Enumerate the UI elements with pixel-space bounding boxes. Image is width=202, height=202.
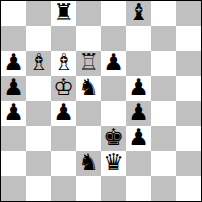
square-a1[interactable] <box>1 176 26 201</box>
square-c6[interactable]: ♗ <box>51 51 76 76</box>
square-e8[interactable] <box>101 1 126 26</box>
square-a3[interactable] <box>1 126 26 151</box>
square-f3[interactable]: ♟ <box>126 126 151 151</box>
square-h6[interactable] <box>176 51 201 76</box>
square-e1[interactable] <box>101 176 126 201</box>
square-c2[interactable] <box>51 151 76 176</box>
square-c1[interactable] <box>51 176 76 201</box>
piece-white-bishop: ♗ <box>53 51 74 75</box>
piece-black-queen: ♛ <box>103 151 124 175</box>
square-h5[interactable] <box>176 76 201 101</box>
square-b2[interactable] <box>26 151 51 176</box>
square-e5[interactable] <box>101 76 126 101</box>
piece-black-pawn: ♟ <box>3 51 24 75</box>
piece-black-knight: ♞ <box>78 76 99 100</box>
piece-white-king: ♔ <box>53 76 74 100</box>
square-f5[interactable]: ♟ <box>126 76 151 101</box>
piece-black-bishop: ♝ <box>128 1 149 25</box>
square-e4[interactable] <box>101 101 126 126</box>
square-g3[interactable] <box>151 126 176 151</box>
square-h4[interactable] <box>176 101 201 126</box>
square-b8[interactable] <box>26 1 51 26</box>
piece-black-pawn: ♟ <box>128 126 149 150</box>
piece-black-pawn: ♟ <box>128 101 149 125</box>
piece-black-pawn: ♟ <box>3 101 24 125</box>
square-f4[interactable]: ♟ <box>126 101 151 126</box>
piece-black-pawn: ♟ <box>3 76 24 100</box>
square-d6[interactable]: ♖ <box>76 51 101 76</box>
chessboard: ♜♝♟♗♗♖♟♟♔♞♟♟♟♟♚♟♞♛ <box>0 0 202 202</box>
square-f2[interactable] <box>126 151 151 176</box>
square-b4[interactable] <box>26 101 51 126</box>
square-g8[interactable] <box>151 1 176 26</box>
piece-black-pawn: ♟ <box>128 76 149 100</box>
square-d8[interactable] <box>76 1 101 26</box>
square-g2[interactable] <box>151 151 176 176</box>
piece-black-pawn: ♟ <box>53 101 74 125</box>
square-c4[interactable]: ♟ <box>51 101 76 126</box>
square-f1[interactable] <box>126 176 151 201</box>
square-e6[interactable]: ♟ <box>101 51 126 76</box>
square-e7[interactable] <box>101 26 126 51</box>
square-g7[interactable] <box>151 26 176 51</box>
square-b5[interactable] <box>26 76 51 101</box>
square-a7[interactable] <box>1 26 26 51</box>
square-c7[interactable] <box>51 26 76 51</box>
piece-white-rook: ♖ <box>78 51 99 75</box>
square-c3[interactable] <box>51 126 76 151</box>
square-a6[interactable]: ♟ <box>1 51 26 76</box>
square-h8[interactable] <box>176 1 201 26</box>
square-b3[interactable] <box>26 126 51 151</box>
square-c5[interactable]: ♔ <box>51 76 76 101</box>
square-h3[interactable] <box>176 126 201 151</box>
piece-black-rook: ♜ <box>53 1 74 25</box>
square-g5[interactable] <box>151 76 176 101</box>
square-e3[interactable]: ♚ <box>101 126 126 151</box>
square-g4[interactable] <box>151 101 176 126</box>
square-h2[interactable] <box>176 151 201 176</box>
square-h1[interactable] <box>176 176 201 201</box>
square-a8[interactable] <box>1 1 26 26</box>
square-g1[interactable] <box>151 176 176 201</box>
piece-black-knight: ♞ <box>78 151 99 175</box>
square-f7[interactable] <box>126 26 151 51</box>
square-e2[interactable]: ♛ <box>101 151 126 176</box>
square-f6[interactable] <box>126 51 151 76</box>
square-c8[interactable]: ♜ <box>51 1 76 26</box>
square-d2[interactable]: ♞ <box>76 151 101 176</box>
square-a5[interactable]: ♟ <box>1 76 26 101</box>
square-b1[interactable] <box>26 176 51 201</box>
piece-black-king: ♚ <box>103 126 124 150</box>
square-a2[interactable] <box>1 151 26 176</box>
square-d4[interactable] <box>76 101 101 126</box>
piece-black-pawn: ♟ <box>103 51 124 75</box>
square-g6[interactable] <box>151 51 176 76</box>
square-a4[interactable]: ♟ <box>1 101 26 126</box>
square-d3[interactable] <box>76 126 101 151</box>
square-h7[interactable] <box>176 26 201 51</box>
chess-diagram: ♜♝♟♗♗♖♟♟♔♞♟♟♟♟♚♟♞♛ <box>0 0 202 202</box>
square-d5[interactable]: ♞ <box>76 76 101 101</box>
square-b7[interactable] <box>26 26 51 51</box>
square-d7[interactable] <box>76 26 101 51</box>
piece-white-bishop: ♗ <box>28 51 49 75</box>
square-d1[interactable] <box>76 176 101 201</box>
square-f8[interactable]: ♝ <box>126 1 151 26</box>
square-b6[interactable]: ♗ <box>26 51 51 76</box>
